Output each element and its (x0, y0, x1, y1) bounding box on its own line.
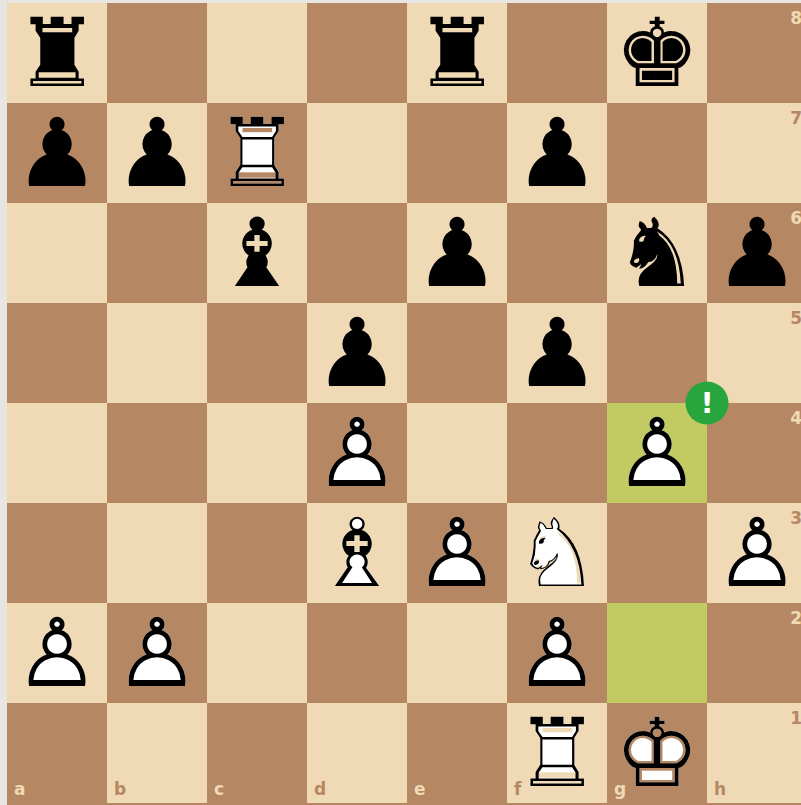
piece-fill: ♟ (107, 103, 207, 203)
square-f4[interactable] (507, 403, 607, 503)
square-h3[interactable]: ♟♙3 (707, 503, 801, 603)
square-c7[interactable]: ♜♖ (207, 103, 307, 203)
rank-label-5: 5 (790, 308, 801, 328)
file-label-a: a (14, 779, 25, 799)
square-b8[interactable] (107, 3, 207, 103)
square-f2[interactable]: ♟♙ (507, 603, 607, 703)
square-c1[interactable]: c (207, 703, 307, 803)
square-e6[interactable]: ♟ (407, 203, 507, 303)
square-c5[interactable] (207, 303, 307, 403)
piece-fill: ♟ (707, 203, 801, 303)
square-c8[interactable] (207, 3, 307, 103)
black-king-icon[interactable]: ♚ (607, 3, 707, 103)
exclamation-icon: ! (700, 389, 713, 418)
square-a6[interactable] (7, 203, 107, 303)
rank-label-1: 1 (790, 708, 801, 728)
good-move-badge: ! (686, 382, 729, 425)
square-f1[interactable]: ♜♖f (507, 703, 607, 803)
white-pawn-icon[interactable]: ♟♙ (707, 503, 801, 603)
black-knight-icon[interactable]: ♞ (607, 203, 707, 303)
square-d7[interactable] (307, 103, 407, 203)
square-b2[interactable]: ♟♙ (107, 603, 207, 703)
square-g2[interactable] (607, 603, 707, 703)
square-a4[interactable] (7, 403, 107, 503)
square-d3[interactable]: ♝♗ (307, 503, 407, 603)
square-g3[interactable] (607, 503, 707, 603)
white-king-icon[interactable]: ♚♔ (607, 703, 707, 803)
square-e2[interactable] (407, 603, 507, 703)
piece-fill: ♞ (607, 203, 707, 303)
piece-outline: ♔ (607, 703, 707, 803)
square-h6[interactable]: ♟6 (707, 203, 801, 303)
square-d6[interactable] (307, 203, 407, 303)
file-label-e: e (414, 779, 426, 799)
square-a7[interactable]: ♟ (7, 103, 107, 203)
square-g6[interactable]: ♞ (607, 203, 707, 303)
square-e3[interactable]: ♟♙ (407, 503, 507, 603)
square-e8[interactable]: ♜ (407, 3, 507, 103)
white-pawn-icon[interactable]: ♟♙ (107, 603, 207, 703)
piece-fill: ♟ (7, 103, 107, 203)
piece-outline: ♙ (307, 403, 407, 503)
piece-fill: ♜ (7, 3, 107, 103)
black-rook-icon[interactable]: ♜ (7, 3, 107, 103)
square-a1[interactable]: a (7, 703, 107, 803)
file-label-b: b (114, 779, 126, 799)
piece-outline: ♙ (7, 603, 107, 703)
square-h8[interactable]: 8 (707, 3, 801, 103)
black-pawn-icon[interactable]: ♟ (707, 203, 801, 303)
square-d2[interactable] (307, 603, 407, 703)
black-pawn-icon[interactable]: ♟ (507, 303, 607, 403)
piece-outline: ♖ (207, 103, 307, 203)
white-pawn-icon[interactable]: ♟♙ (507, 603, 607, 703)
piece-fill: ♟ (507, 303, 607, 403)
rank-label-8: 8 (790, 8, 801, 28)
file-label-c: c (214, 779, 224, 799)
square-a2[interactable]: ♟♙ (7, 603, 107, 703)
square-c3[interactable] (207, 503, 307, 603)
piece-outline: ♘ (507, 503, 607, 603)
rank-label-7: 7 (790, 108, 801, 128)
square-f7[interactable]: ♟ (507, 103, 607, 203)
square-h1[interactable]: 1h (707, 703, 801, 803)
square-c2[interactable] (207, 603, 307, 703)
square-b7[interactable]: ♟ (107, 103, 207, 203)
square-e5[interactable] (407, 303, 507, 403)
black-bishop-icon[interactable]: ♝ (207, 203, 307, 303)
chess-board: ♜♜♚8♟♟♜♖♟7♝♟♞♟6♟♟5♟♙♟♙4♝♗♟♙♞♘♟♙3♟♙♟♙♟♙2a… (7, 3, 801, 803)
piece-fill: ♟ (307, 303, 407, 403)
square-e7[interactable] (407, 103, 507, 203)
white-pawn-icon[interactable]: ♟♙ (407, 503, 507, 603)
square-d1[interactable]: d (307, 703, 407, 803)
black-pawn-icon[interactable]: ♟ (7, 103, 107, 203)
square-h2[interactable]: 2 (707, 603, 801, 703)
white-bishop-icon[interactable]: ♝♗ (307, 503, 407, 603)
piece-fill: ♟ (507, 103, 607, 203)
piece-fill: ♚ (607, 3, 707, 103)
square-a5[interactable] (7, 303, 107, 403)
rank-label-4: 4 (790, 408, 801, 428)
white-rook-icon[interactable]: ♜♖ (507, 703, 607, 803)
square-e1[interactable]: e (407, 703, 507, 803)
square-b3[interactable] (107, 503, 207, 603)
square-g1[interactable]: ♚♔g (607, 703, 707, 803)
piece-outline: ♙ (707, 503, 801, 603)
black-pawn-icon[interactable]: ♟ (407, 203, 507, 303)
white-knight-icon[interactable]: ♞♘ (507, 503, 607, 603)
piece-outline: ♙ (107, 603, 207, 703)
white-pawn-icon[interactable]: ♟♙ (307, 403, 407, 503)
square-b4[interactable] (107, 403, 207, 503)
piece-outline: ♙ (407, 503, 507, 603)
black-pawn-icon[interactable]: ♟ (507, 103, 607, 203)
square-b5[interactable] (107, 303, 207, 403)
black-rook-icon[interactable]: ♜ (407, 3, 507, 103)
black-pawn-icon[interactable]: ♟ (307, 303, 407, 403)
square-f3[interactable]: ♞♘ (507, 503, 607, 603)
file-label-d: d (314, 779, 326, 799)
square-d5[interactable]: ♟ (307, 303, 407, 403)
square-b6[interactable] (107, 203, 207, 303)
square-e4[interactable] (407, 403, 507, 503)
square-g8[interactable]: ♚ (607, 3, 707, 103)
piece-outline: ♙ (507, 603, 607, 703)
square-b1[interactable]: b (107, 703, 207, 803)
square-d8[interactable] (307, 3, 407, 103)
square-a8[interactable]: ♜ (7, 3, 107, 103)
square-h7[interactable]: 7 (707, 103, 801, 203)
square-d4[interactable]: ♟♙ (307, 403, 407, 503)
white-pawn-icon[interactable]: ♟♙ (7, 603, 107, 703)
square-c4[interactable] (207, 403, 307, 503)
piece-outline: ♖ (507, 703, 607, 803)
square-f5[interactable]: ♟ (507, 303, 607, 403)
square-f8[interactable] (507, 3, 607, 103)
square-c6[interactable]: ♝ (207, 203, 307, 303)
square-g7[interactable] (607, 103, 707, 203)
black-pawn-icon[interactable]: ♟ (107, 103, 207, 203)
file-label-h: h (714, 779, 726, 799)
square-a3[interactable] (7, 503, 107, 603)
piece-fill: ♟ (407, 203, 507, 303)
piece-fill: ♜ (407, 3, 507, 103)
white-rook-icon[interactable]: ♜♖ (207, 103, 307, 203)
piece-outline: ♗ (307, 503, 407, 603)
piece-fill: ♝ (207, 203, 307, 303)
rank-label-2: 2 (790, 608, 801, 628)
square-f6[interactable] (507, 203, 607, 303)
